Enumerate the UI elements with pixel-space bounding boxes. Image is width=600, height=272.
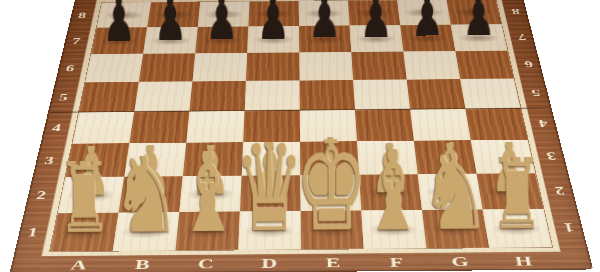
file-label-f: F: [364, 253, 429, 271]
square-d5[interactable]: [245, 80, 300, 110]
square-a7[interactable]: ♟: [91, 27, 147, 54]
white-knight[interactable]: ♞: [420, 153, 491, 231]
file-label-e: E: [301, 254, 365, 272]
black-pawn[interactable]: ♟: [359, 0, 392, 40]
square-d1[interactable]: ♛: [238, 211, 301, 250]
square-e5[interactable]: [300, 80, 355, 110]
square-a5[interactable]: [79, 82, 139, 112]
square-h7[interactable]: ♟: [451, 24, 508, 51]
square-f7[interactable]: ♟: [350, 25, 404, 52]
square-e1[interactable]: ♚: [301, 211, 364, 250]
black-pawn[interactable]: ♟: [257, 0, 290, 41]
square-d6[interactable]: [246, 52, 300, 80]
square-g6[interactable]: [403, 51, 460, 79]
file-label-a: A: [45, 256, 112, 272]
white-rook[interactable]: ♜: [57, 161, 110, 234]
white-bishop[interactable]: ♝: [363, 149, 423, 232]
rank-label-right-7: 7: [508, 24, 537, 51]
square-a6[interactable]: [85, 54, 143, 83]
square-b7[interactable]: ♟: [143, 27, 198, 54]
white-knight[interactable]: ♞: [111, 155, 182, 233]
black-pawn[interactable]: ♟: [154, 0, 187, 42]
file-label-d: D: [237, 254, 301, 272]
square-a1[interactable]: ♜: [50, 213, 119, 252]
white-king[interactable]: ♚: [294, 137, 368, 232]
board-tilt-wrapper: ♜♞♝♛♚♝♞♜♟♟♟♟♟♟♟♟♟♟♟♟♟♟♟♟♜♞♝♛♚♝♞♜ ABCDEFG…: [0, 0, 600, 272]
square-f5[interactable]: [353, 80, 410, 110]
square-h6[interactable]: [455, 51, 513, 79]
black-pawn[interactable]: ♟: [102, 0, 135, 42]
chess-board: ♜♞♝♛♚♝♞♜♟♟♟♟♟♟♟♟♟♟♟♟♟♟♟♟♜♞♝♛♚♝♞♜ ABCDEFG…: [9, 0, 593, 272]
black-pawn[interactable]: ♟: [411, 0, 444, 40]
square-e7[interactable]: ♟: [299, 26, 351, 53]
square-f1[interactable]: ♝: [361, 210, 426, 249]
square-g7[interactable]: ♟: [400, 25, 455, 52]
square-c1[interactable]: ♝: [175, 212, 240, 251]
square-f6[interactable]: [351, 52, 406, 80]
black-pawn[interactable]: ♟: [308, 0, 341, 41]
white-rook[interactable]: ♜: [490, 157, 543, 230]
file-label-b: B: [109, 255, 175, 272]
square-h1[interactable]: ♜: [483, 209, 552, 248]
square-e6[interactable]: [299, 52, 353, 80]
black-pawn[interactable]: ♟: [462, 0, 495, 39]
white-bishop[interactable]: ♝: [178, 151, 238, 234]
square-h5[interactable]: [460, 79, 520, 109]
square-b1[interactable]: ♞: [113, 212, 180, 251]
square-c6[interactable]: [192, 53, 247, 81]
file-label-c: C: [173, 255, 238, 272]
file-label-h: H: [490, 252, 557, 270]
square-b6[interactable]: [139, 53, 195, 81]
chessboard-photo: ♜♞♝♛♚♝♞♜♟♟♟♟♟♟♟♟♟♟♟♟♟♟♟♟♜♞♝♛♚♝♞♜ ABCDEFG…: [0, 0, 600, 272]
square-d7[interactable]: ♟: [247, 26, 299, 53]
square-c7[interactable]: ♟: [195, 26, 248, 53]
black-pawn[interactable]: ♟: [205, 0, 238, 41]
square-g5[interactable]: [407, 79, 466, 109]
square-g1[interactable]: ♞: [422, 209, 489, 248]
square-b5[interactable]: [134, 81, 192, 111]
rank-label-right-8: 8: [502, 0, 530, 24]
board-grid: ♜♞♝♛♚♝♞♜♟♟♟♟♟♟♟♟♟♟♟♟♟♟♟♟♜♞♝♛♚♝♞♜: [50, 0, 552, 251]
file-label-g: G: [427, 253, 493, 271]
square-c5[interactable]: [189, 81, 246, 111]
